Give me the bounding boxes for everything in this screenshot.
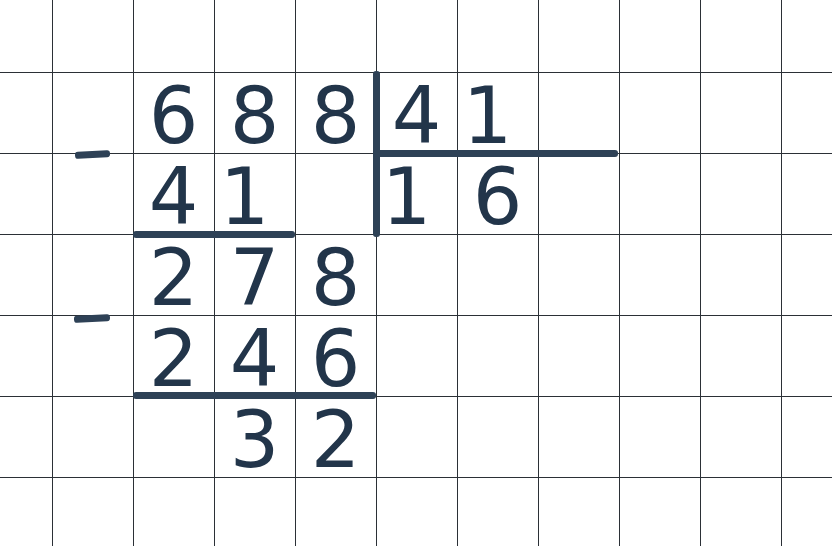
minus-sign-1 (74, 150, 109, 158)
cell-r4c1-digit-2: 2 (133, 315, 214, 396)
cell-r2c4-digit-1: 1 (366, 153, 447, 234)
cell-r2c2-digit-1: 1 (204, 153, 285, 234)
cell-r1c1-digit-6: 6 (133, 72, 214, 153)
cell-r4c2-digit-4: 4 (214, 315, 295, 396)
cell-r2c5-digit-6: 6 (457, 153, 538, 234)
cell-r1c3-digit-8: 8 (295, 72, 376, 153)
cell-r1c5-digit-1: 1 (447, 72, 528, 153)
minus-sign-2 (73, 314, 109, 323)
cell-r5c2-digit-3: 3 (214, 396, 295, 477)
cell-r3c3-digit-8: 8 (295, 234, 376, 315)
cell-r5c3-digit-2: 2 (295, 396, 376, 477)
cell-r3c1-digit-2: 2 (133, 234, 214, 315)
cell-r4c3-digit-6: 6 (295, 315, 376, 396)
cell-r3c2-digit-7: 7 (214, 234, 295, 315)
cell-r1c2-digit-8: 8 (214, 72, 295, 153)
squared-paper-sheet: 68841411627824632 (0, 0, 832, 546)
cell-r1c4-digit-4: 4 (376, 72, 457, 153)
cell-r2c1-digit-4: 4 (133, 153, 214, 234)
